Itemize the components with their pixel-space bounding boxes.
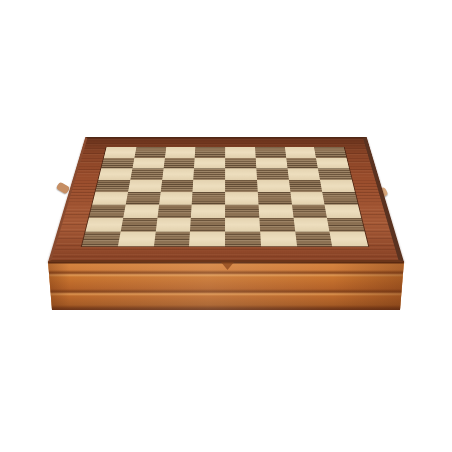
square-d4 xyxy=(192,192,225,205)
square-a1 xyxy=(82,232,121,247)
square-e5 xyxy=(225,180,257,192)
square-d7 xyxy=(194,158,225,169)
square-g8 xyxy=(285,147,317,158)
square-f8 xyxy=(255,147,286,158)
square-a5 xyxy=(95,180,130,192)
square-b8 xyxy=(134,147,166,158)
storage-box-base xyxy=(48,261,404,310)
square-d6 xyxy=(193,169,225,180)
square-c8 xyxy=(165,147,196,158)
square-h6 xyxy=(318,169,352,180)
square-b1 xyxy=(118,232,156,247)
square-h2 xyxy=(327,218,364,232)
square-b3 xyxy=(123,205,159,218)
square-d2 xyxy=(190,218,225,232)
board-frame xyxy=(48,137,404,262)
square-a2 xyxy=(86,218,123,232)
product-photo-canvas xyxy=(0,0,452,452)
square-f2 xyxy=(259,218,295,232)
square-f5 xyxy=(257,180,290,192)
square-e3 xyxy=(225,205,259,218)
square-a8 xyxy=(104,147,136,158)
chess-board-lid xyxy=(48,137,404,262)
square-d3 xyxy=(191,205,225,218)
square-h3 xyxy=(325,205,361,218)
square-c5 xyxy=(160,180,193,192)
square-d1 xyxy=(189,232,225,247)
square-e1 xyxy=(225,232,261,247)
square-c6 xyxy=(162,169,194,180)
square-f6 xyxy=(256,169,288,180)
square-c2 xyxy=(155,218,191,232)
square-g3 xyxy=(292,205,328,218)
square-h5 xyxy=(320,180,355,192)
square-e6 xyxy=(225,169,257,180)
square-e4 xyxy=(225,192,258,205)
square-g1 xyxy=(295,232,333,247)
square-b6 xyxy=(130,169,163,180)
square-d5 xyxy=(193,180,225,192)
square-b5 xyxy=(128,180,162,192)
square-e2 xyxy=(225,218,260,232)
square-a7 xyxy=(101,158,134,169)
square-b7 xyxy=(132,158,164,169)
square-b2 xyxy=(120,218,157,232)
board-grid xyxy=(81,147,370,247)
square-c3 xyxy=(157,205,192,218)
square-c4 xyxy=(159,192,193,205)
square-a4 xyxy=(92,192,128,205)
square-g2 xyxy=(293,218,330,232)
square-g6 xyxy=(287,169,320,180)
square-d8 xyxy=(195,147,225,158)
square-g5 xyxy=(289,180,323,192)
square-h1 xyxy=(330,232,368,247)
square-g4 xyxy=(290,192,325,205)
square-e7 xyxy=(225,158,256,169)
square-a6 xyxy=(98,169,132,180)
square-e8 xyxy=(225,147,255,158)
square-f1 xyxy=(260,232,297,247)
square-h7 xyxy=(316,158,349,169)
square-g7 xyxy=(286,158,318,169)
square-f3 xyxy=(258,205,293,218)
square-a3 xyxy=(89,205,125,218)
square-c1 xyxy=(153,232,190,247)
square-f4 xyxy=(258,192,292,205)
square-f7 xyxy=(255,158,287,169)
square-b4 xyxy=(125,192,160,205)
square-c7 xyxy=(163,158,195,169)
square-h4 xyxy=(322,192,358,205)
square-h8 xyxy=(314,147,346,158)
